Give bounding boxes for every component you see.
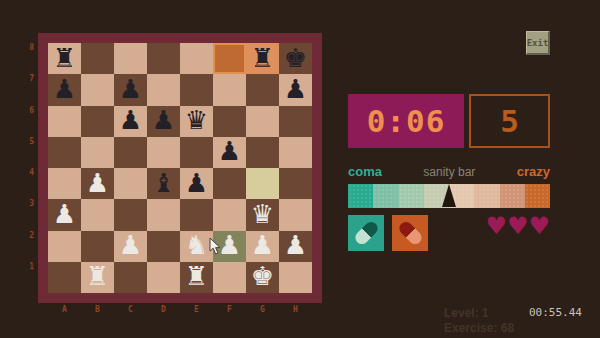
square-f3[interactable] <box>213 199 246 230</box>
file-label-d: D <box>147 305 180 314</box>
level-label: Level: 1 <box>444 306 489 320</box>
square-e8[interactable] <box>180 43 213 74</box>
sanity-bar-labels: coma sanity bar crazy <box>348 164 550 179</box>
file-label-h: H <box>279 305 312 314</box>
square-h6[interactable] <box>279 106 312 137</box>
square-g6[interactable] <box>246 106 279 137</box>
square-c7[interactable]: ♟ <box>114 74 147 105</box>
square-g3[interactable]: ♛ <box>246 199 279 230</box>
square-b6[interactable] <box>81 106 114 137</box>
square-b5[interactable] <box>81 137 114 168</box>
rank-label-5: 5 <box>20 137 34 168</box>
chess-board-frame: ♜♜♚♟♟♟♟♟♛♟♟♝♟♟♛♟♞♟♟♟♜♜♚ <box>38 33 322 303</box>
square-d7[interactable] <box>147 74 180 105</box>
square-b7[interactable] <box>81 74 114 105</box>
chess-board: ♜♜♚♟♟♟♟♟♛♟♟♝♟♟♛♟♞♟♟♟♜♜♚ <box>48 43 312 293</box>
rank-label-4: 4 <box>20 168 34 199</box>
square-f8[interactable] <box>213 43 246 74</box>
piece-wr-e1: ♜ <box>185 263 208 289</box>
square-h1[interactable] <box>279 262 312 293</box>
square-g8[interactable]: ♜ <box>246 43 279 74</box>
piece-bp-c6: ♟ <box>119 107 142 133</box>
piece-bp-f5: ♟ <box>218 138 241 164</box>
file-label-g: G <box>246 305 279 314</box>
crazy-label: crazy <box>517 164 550 179</box>
heart-icon: ♥ <box>507 212 529 240</box>
square-h4[interactable] <box>279 168 312 199</box>
green-pill-icon <box>352 219 380 247</box>
sanity-segment-6 <box>474 184 499 208</box>
square-b4[interactable]: ♟ <box>81 168 114 199</box>
heart-icon: ♥ <box>528 212 550 240</box>
square-e5[interactable] <box>180 137 213 168</box>
square-d5[interactable] <box>147 137 180 168</box>
file-label-b: B <box>81 305 114 314</box>
piece-wp-c2: ♟ <box>119 232 142 258</box>
square-e4[interactable]: ♟ <box>180 168 213 199</box>
piece-bk-h8: ♚ <box>284 45 307 71</box>
square-c3[interactable] <box>114 199 147 230</box>
sanity-bar-title: sanity bar <box>423 165 475 179</box>
piece-bp-e4: ♟ <box>185 170 208 196</box>
square-d8[interactable] <box>147 43 180 74</box>
square-f4[interactable] <box>213 168 246 199</box>
piece-bp-d6: ♟ <box>152 107 175 133</box>
rank-label-3: 3 <box>20 199 34 230</box>
square-d6[interactable]: ♟ <box>147 106 180 137</box>
exercise-label: Exercise: 68 <box>444 321 514 335</box>
coma-label: coma <box>348 164 382 179</box>
piece-bp-c7: ♟ <box>119 76 142 102</box>
file-label-e: E <box>180 305 213 314</box>
sanity-marker-icon <box>442 184 456 207</box>
file-label-c: C <box>114 305 147 314</box>
sanity-segment-3 <box>399 184 424 208</box>
square-h7[interactable]: ♟ <box>279 74 312 105</box>
piece-wp-g2: ♟ <box>251 232 274 258</box>
square-b8[interactable] <box>81 43 114 74</box>
piece-wq-g3: ♛ <box>251 201 274 227</box>
square-b3[interactable] <box>81 199 114 230</box>
rank-label-7: 7 <box>20 74 34 105</box>
square-g1[interactable]: ♚ <box>246 262 279 293</box>
rank-label-2: 2 <box>20 231 34 262</box>
square-c8[interactable] <box>114 43 147 74</box>
piece-wp-b4: ♟ <box>86 170 109 196</box>
square-g5[interactable] <box>246 137 279 168</box>
file-label-f: F <box>213 305 246 314</box>
heart-icon: ♥ <box>485 212 507 240</box>
rank-label-1: 1 <box>20 262 34 293</box>
red-pill-icon <box>396 219 424 247</box>
score-counter: 5 <box>469 94 550 148</box>
square-g2[interactable]: ♟ <box>246 231 279 262</box>
square-c5[interactable] <box>114 137 147 168</box>
lives-hearts: ♥♥♥ <box>478 209 550 243</box>
square-a6[interactable] <box>48 106 81 137</box>
piece-bp-h7: ♟ <box>284 76 307 102</box>
square-a5[interactable] <box>48 137 81 168</box>
piece-bq-e6: ♛ <box>185 107 208 133</box>
square-a7[interactable]: ♟ <box>48 74 81 105</box>
square-e3[interactable] <box>180 199 213 230</box>
square-a1[interactable] <box>48 262 81 293</box>
sanity-segment-7 <box>500 184 525 208</box>
piece-wp-a3: ♟ <box>53 201 76 227</box>
rank-label-6: 6 <box>20 106 34 137</box>
sanity-segment-2 <box>373 184 398 208</box>
square-g4[interactable] <box>246 168 279 199</box>
square-h2[interactable]: ♟ <box>279 231 312 262</box>
square-e1[interactable]: ♜ <box>180 262 213 293</box>
mouse-cursor-icon <box>209 237 222 259</box>
square-a8[interactable]: ♜ <box>48 43 81 74</box>
square-e6[interactable]: ♛ <box>180 106 213 137</box>
piece-br-g8: ♜ <box>251 45 274 71</box>
square-f6[interactable] <box>213 106 246 137</box>
square-d4[interactable]: ♝ <box>147 168 180 199</box>
square-a3[interactable]: ♟ <box>48 199 81 230</box>
square-b1[interactable]: ♜ <box>81 262 114 293</box>
session-clock: 00:55.44 <box>529 306 582 319</box>
file-label-a: A <box>48 305 81 314</box>
square-b2[interactable] <box>81 231 114 262</box>
square-a4[interactable] <box>48 168 81 199</box>
exit-button[interactable]: Exit <box>526 31 550 55</box>
rank-labels: 87654321 <box>20 43 34 293</box>
square-c4[interactable] <box>114 168 147 199</box>
square-c2[interactable]: ♟ <box>114 231 147 262</box>
piece-bb-d4: ♝ <box>152 170 175 196</box>
square-d1[interactable] <box>147 262 180 293</box>
square-d2[interactable] <box>147 231 180 262</box>
square-f1[interactable] <box>213 262 246 293</box>
countdown-timer: 0:06 <box>348 94 464 148</box>
square-c1[interactable] <box>114 262 147 293</box>
piece-wp-h2: ♟ <box>284 232 307 258</box>
red-pill-button[interactable] <box>392 215 428 251</box>
square-f5[interactable]: ♟ <box>213 137 246 168</box>
sanity-segment-1 <box>348 184 373 208</box>
file-labels: ABCDEFGH <box>48 305 312 314</box>
game-screen: ♜♜♚♟♟♟♟♟♛♟♟♝♟♟♛♟♞♟♟♟♜♜♚ 87654321 ABCDEFG… <box>0 0 600 338</box>
square-h5[interactable] <box>279 137 312 168</box>
square-h3[interactable] <box>279 199 312 230</box>
piece-wn-e2: ♞ <box>185 232 208 258</box>
square-a2[interactable] <box>48 231 81 262</box>
square-d3[interactable] <box>147 199 180 230</box>
square-h8[interactable]: ♚ <box>279 43 312 74</box>
green-pill-button[interactable] <box>348 215 384 251</box>
sanity-segment-8 <box>525 184 550 208</box>
piece-wk-g1: ♚ <box>251 263 274 289</box>
piece-br-a8: ♜ <box>53 45 76 71</box>
square-g7[interactable] <box>246 74 279 105</box>
piece-wr-b1: ♜ <box>86 263 109 289</box>
rank-label-8: 8 <box>20 43 34 74</box>
square-c6[interactable]: ♟ <box>114 106 147 137</box>
square-e7[interactable] <box>180 74 213 105</box>
square-f7[interactable] <box>213 74 246 105</box>
piece-bp-a7: ♟ <box>53 76 76 102</box>
